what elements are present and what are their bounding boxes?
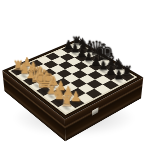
piece-black-pawn: ♟ — [106, 50, 133, 81]
piece-white-rook: ♜ — [52, 74, 81, 107]
box-latch — [92, 107, 99, 116]
product-photo: ♜♞♝♛♚♝♞♜♟♟♟♟♟♟♟♟♟♟♟♟♟♟♟♟♜♞♝♛♚♝♞♜ — [0, 0, 150, 150]
